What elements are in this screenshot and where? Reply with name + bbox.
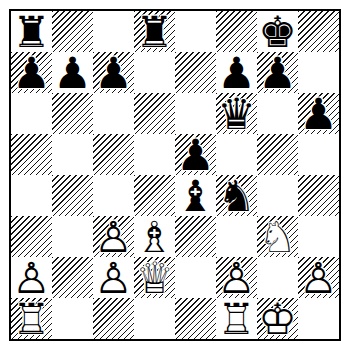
square-f3[interactable] bbox=[216, 216, 257, 257]
square-c8[interactable] bbox=[93, 11, 134, 52]
square-f5[interactable] bbox=[216, 134, 257, 175]
square-d3[interactable]: ♝♗ bbox=[134, 216, 175, 257]
black-pawn-b7[interactable]: ♟ bbox=[52, 52, 93, 93]
square-a7[interactable]: ♟ bbox=[11, 52, 52, 93]
square-b1[interactable] bbox=[52, 298, 93, 339]
square-h2[interactable]: ♟♙ bbox=[298, 257, 339, 298]
white-pawn-c3[interactable]: ♟♙ bbox=[93, 216, 134, 257]
square-a6[interactable] bbox=[11, 93, 52, 134]
square-a1[interactable]: ♜♖ bbox=[11, 298, 52, 339]
square-e6[interactable] bbox=[175, 93, 216, 134]
square-e7[interactable] bbox=[175, 52, 216, 93]
square-e2[interactable] bbox=[175, 257, 216, 298]
black-pawn-f7[interactable]: ♟ bbox=[216, 52, 257, 93]
square-g2[interactable] bbox=[257, 257, 298, 298]
pawn-glyph: ♟ bbox=[53, 52, 92, 95]
knight-outline: ♘ bbox=[258, 216, 297, 259]
white-rook-a1[interactable]: ♜♖ bbox=[11, 298, 52, 339]
square-d1[interactable] bbox=[134, 298, 175, 339]
square-d2[interactable]: ♛♕ bbox=[134, 257, 175, 298]
square-d6[interactable] bbox=[134, 93, 175, 134]
square-d4[interactable] bbox=[134, 175, 175, 216]
chess-board: ♜♜♚♟♟♟♟♟♛♟♟♝♞♟♙♝♗♞♘♟♙♟♙♛♕♟♙♟♙♜♖♜♖♚♔ bbox=[11, 11, 339, 339]
square-h4[interactable] bbox=[298, 175, 339, 216]
square-b2[interactable] bbox=[52, 257, 93, 298]
square-c1[interactable] bbox=[93, 298, 134, 339]
square-g7[interactable]: ♟ bbox=[257, 52, 298, 93]
white-king-g1[interactable]: ♚♔ bbox=[257, 298, 298, 339]
square-g6[interactable] bbox=[257, 93, 298, 134]
square-h5[interactable] bbox=[298, 134, 339, 175]
queen-glyph: ♛ bbox=[217, 93, 256, 136]
black-king-g8[interactable]: ♚ bbox=[257, 11, 298, 52]
chess-board-frame: ♜♜♚♟♟♟♟♟♛♟♟♝♞♟♙♝♗♞♘♟♙♟♙♛♕♟♙♟♙♜♖♜♖♚♔ bbox=[9, 9, 341, 341]
rook-outline: ♖ bbox=[12, 298, 51, 341]
square-a2[interactable]: ♟♙ bbox=[11, 257, 52, 298]
square-b7[interactable]: ♟ bbox=[52, 52, 93, 93]
square-c5[interactable] bbox=[93, 134, 134, 175]
knight-glyph: ♞ bbox=[217, 175, 256, 218]
pawn-glyph: ♟ bbox=[299, 93, 338, 136]
rook-glyph: ♜ bbox=[135, 11, 174, 54]
black-pawn-a7[interactable]: ♟ bbox=[11, 52, 52, 93]
square-a3[interactable] bbox=[11, 216, 52, 257]
black-pawn-h6[interactable]: ♟ bbox=[298, 93, 339, 134]
white-queen-d2[interactable]: ♛♕ bbox=[134, 257, 175, 298]
black-bishop-e4[interactable]: ♝ bbox=[175, 175, 216, 216]
pawn-glyph: ♟ bbox=[94, 52, 133, 95]
square-h8[interactable] bbox=[298, 11, 339, 52]
white-pawn-h2[interactable]: ♟♙ bbox=[298, 257, 339, 298]
rook-outline: ♖ bbox=[217, 298, 256, 341]
square-a5[interactable] bbox=[11, 134, 52, 175]
square-b6[interactable] bbox=[52, 93, 93, 134]
square-e5[interactable]: ♟ bbox=[175, 134, 216, 175]
square-b4[interactable] bbox=[52, 175, 93, 216]
square-e1[interactable] bbox=[175, 298, 216, 339]
square-f6[interactable]: ♛ bbox=[216, 93, 257, 134]
square-d5[interactable] bbox=[134, 134, 175, 175]
square-e3[interactable] bbox=[175, 216, 216, 257]
white-pawn-a2[interactable]: ♟♙ bbox=[11, 257, 52, 298]
black-knight-f4[interactable]: ♞ bbox=[216, 175, 257, 216]
black-rook-a8[interactable]: ♜ bbox=[11, 11, 52, 52]
square-c6[interactable] bbox=[93, 93, 134, 134]
black-queen-f6[interactable]: ♛ bbox=[216, 93, 257, 134]
square-e8[interactable] bbox=[175, 11, 216, 52]
square-g8[interactable]: ♚ bbox=[257, 11, 298, 52]
black-pawn-e5[interactable]: ♟ bbox=[175, 134, 216, 175]
square-c4[interactable] bbox=[93, 175, 134, 216]
square-c2[interactable]: ♟♙ bbox=[93, 257, 134, 298]
square-c7[interactable]: ♟ bbox=[93, 52, 134, 93]
square-a4[interactable] bbox=[11, 175, 52, 216]
king-outline: ♔ bbox=[258, 298, 297, 341]
square-b3[interactable] bbox=[52, 216, 93, 257]
white-bishop-d3[interactable]: ♝♗ bbox=[134, 216, 175, 257]
square-g5[interactable] bbox=[257, 134, 298, 175]
square-g4[interactable] bbox=[257, 175, 298, 216]
square-h3[interactable] bbox=[298, 216, 339, 257]
pawn-outline: ♙ bbox=[94, 257, 133, 300]
queen-outline: ♕ bbox=[135, 257, 174, 300]
pawn-glyph: ♟ bbox=[12, 52, 51, 95]
pawn-glyph: ♟ bbox=[258, 52, 297, 95]
black-rook-d8[interactable]: ♜ bbox=[134, 11, 175, 52]
square-h7[interactable] bbox=[298, 52, 339, 93]
white-pawn-f2[interactable]: ♟♙ bbox=[216, 257, 257, 298]
square-f2[interactable]: ♟♙ bbox=[216, 257, 257, 298]
square-a8[interactable]: ♜ bbox=[11, 11, 52, 52]
square-h6[interactable]: ♟ bbox=[298, 93, 339, 134]
square-b5[interactable] bbox=[52, 134, 93, 175]
white-pawn-c2[interactable]: ♟♙ bbox=[93, 257, 134, 298]
square-f8[interactable] bbox=[216, 11, 257, 52]
square-b8[interactable] bbox=[52, 11, 93, 52]
black-pawn-c7[interactable]: ♟ bbox=[93, 52, 134, 93]
square-c3[interactable]: ♟♙ bbox=[93, 216, 134, 257]
black-pawn-g7[interactable]: ♟ bbox=[257, 52, 298, 93]
square-d7[interactable] bbox=[134, 52, 175, 93]
square-e4[interactable]: ♝ bbox=[175, 175, 216, 216]
white-knight-g3[interactable]: ♞♘ bbox=[257, 216, 298, 257]
square-f1[interactable]: ♜♖ bbox=[216, 298, 257, 339]
white-rook-f1[interactable]: ♜♖ bbox=[216, 298, 257, 339]
square-g3[interactable]: ♞♘ bbox=[257, 216, 298, 257]
pawn-outline: ♙ bbox=[299, 257, 338, 300]
square-f4[interactable]: ♞ bbox=[216, 175, 257, 216]
square-d8[interactable]: ♜ bbox=[134, 11, 175, 52]
bishop-glyph: ♝ bbox=[176, 175, 215, 218]
square-f7[interactable]: ♟ bbox=[216, 52, 257, 93]
square-g1[interactable]: ♚♔ bbox=[257, 298, 298, 339]
square-h1[interactable] bbox=[298, 298, 339, 339]
